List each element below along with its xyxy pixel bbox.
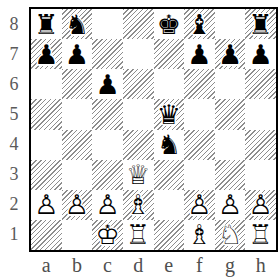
square-g7[interactable]: ♟: [215, 39, 246, 69]
piece-black-queen[interactable]: ♛: [154, 99, 185, 129]
square-e7[interactable]: [154, 39, 185, 69]
square-h2[interactable]: ♟♙: [245, 190, 276, 220]
square-h1[interactable]: ♜♖: [245, 220, 276, 250]
square-f2[interactable]: ♟♙: [184, 190, 215, 220]
square-g2[interactable]: ♟♙: [215, 190, 246, 220]
square-f1[interactable]: ♝♗: [184, 220, 215, 250]
square-c5[interactable]: [92, 99, 123, 129]
file-label-g: g: [215, 252, 246, 278]
square-b6[interactable]: [62, 69, 93, 99]
square-e4[interactable]: ♞: [154, 130, 185, 160]
file-label-h: h: [245, 252, 276, 278]
square-g4[interactable]: [215, 130, 246, 160]
rank-labels: 87654321: [0, 9, 28, 250]
square-f6[interactable]: [184, 69, 215, 99]
square-a8[interactable]: ♜: [31, 9, 62, 39]
square-c3[interactable]: [92, 160, 123, 190]
piece-black-pawn[interactable]: ♟: [184, 39, 215, 69]
square-d6[interactable]: [123, 69, 154, 99]
square-h6[interactable]: [245, 69, 276, 99]
square-h8[interactable]: ♜: [245, 9, 276, 39]
file-label-d: d: [123, 252, 154, 278]
piece-black-knight[interactable]: ♞: [154, 130, 185, 160]
file-label-c: c: [92, 252, 123, 278]
file-label-a: a: [31, 252, 62, 278]
square-g3[interactable]: [215, 160, 246, 190]
square-c2[interactable]: ♟♙: [92, 190, 123, 220]
square-d2[interactable]: ♝♗: [123, 190, 154, 220]
square-c1[interactable]: ♚♔: [92, 220, 123, 250]
rank-label-5: 5: [0, 99, 28, 129]
square-h3[interactable]: [245, 160, 276, 190]
file-label-f: f: [184, 252, 215, 278]
square-f8[interactable]: ♝: [184, 9, 215, 39]
square-a5[interactable]: [31, 99, 62, 129]
rank-label-8: 8: [0, 9, 28, 39]
piece-white-rook[interactable]: ♜♖: [123, 220, 154, 250]
piece-white-king[interactable]: ♚♔: [92, 220, 123, 250]
piece-white-pawn[interactable]: ♟♙: [62, 190, 93, 220]
square-a7[interactable]: ♟: [31, 39, 62, 69]
square-g1[interactable]: ♞♘: [215, 220, 246, 250]
square-h4[interactable]: [245, 130, 276, 160]
square-b1[interactable]: [62, 220, 93, 250]
square-d8[interactable]: [123, 9, 154, 39]
square-e5[interactable]: ♛: [154, 99, 185, 129]
rank-label-6: 6: [0, 69, 28, 99]
square-g5[interactable]: [215, 99, 246, 129]
square-e8[interactable]: ♚: [154, 9, 185, 39]
piece-black-knight[interactable]: ♞: [62, 9, 93, 39]
square-b7[interactable]: ♟: [62, 39, 93, 69]
square-f7[interactable]: ♟: [184, 39, 215, 69]
square-g8[interactable]: [215, 9, 246, 39]
square-h5[interactable]: [245, 99, 276, 129]
file-label-e: e: [154, 252, 185, 278]
square-e3[interactable]: [154, 160, 185, 190]
piece-white-rook[interactable]: ♜♖: [245, 220, 276, 250]
file-labels: abcdefgh: [31, 252, 276, 278]
piece-white-bishop[interactable]: ♝♗: [184, 220, 215, 250]
square-d1[interactable]: ♜♖: [123, 220, 154, 250]
rank-label-3: 3: [0, 160, 28, 190]
square-c7[interactable]: [92, 39, 123, 69]
square-a4[interactable]: [31, 130, 62, 160]
rank-label-7: 7: [0, 39, 28, 69]
square-d7[interactable]: [123, 39, 154, 69]
square-g6[interactable]: [215, 69, 246, 99]
square-b4[interactable]: [62, 130, 93, 160]
square-b3[interactable]: [62, 160, 93, 190]
square-d5[interactable]: [123, 99, 154, 129]
square-c6[interactable]: ♟: [92, 69, 123, 99]
piece-black-rook[interactable]: ♜: [245, 9, 276, 39]
square-b5[interactable]: [62, 99, 93, 129]
piece-white-pawn[interactable]: ♟♙: [31, 190, 62, 220]
piece-white-pawn[interactable]: ♟♙: [92, 190, 123, 220]
square-a1[interactable]: [31, 220, 62, 250]
square-d4[interactable]: [123, 130, 154, 160]
square-c4[interactable]: [92, 130, 123, 160]
piece-black-rook[interactable]: ♜: [31, 9, 62, 39]
piece-black-pawn[interactable]: ♟: [62, 39, 93, 69]
square-h7[interactable]: ♟: [245, 39, 276, 69]
square-a2[interactable]: ♟♙: [31, 190, 62, 220]
piece-black-king[interactable]: ♚: [154, 9, 185, 39]
square-f4[interactable]: [184, 130, 215, 160]
piece-black-pawn[interactable]: ♟: [92, 69, 123, 99]
chess-diagram: 87654321 ♜♞♚♝♜♟♟♟♟♟♟♛♞♛♕♟♙♟♙♟♙♝♗♟♙♟♙♟♙♚♔…: [0, 0, 278, 280]
square-c8[interactable]: [92, 9, 123, 39]
piece-white-queen[interactable]: ♛♕: [123, 160, 154, 190]
square-b8[interactable]: ♞: [62, 9, 93, 39]
square-e1[interactable]: [154, 220, 185, 250]
board-grid: ♜♞♚♝♜♟♟♟♟♟♟♛♞♛♕♟♙♟♙♟♙♝♗♟♙♟♙♟♙♚♔♜♖♝♗♞♘♜♖: [29, 7, 278, 252]
square-e2[interactable]: [154, 190, 185, 220]
file-label-b: b: [62, 252, 93, 278]
square-a6[interactable]: [31, 69, 62, 99]
square-a3[interactable]: [31, 160, 62, 190]
square-d3[interactable]: ♛♕: [123, 160, 154, 190]
piece-black-bishop[interactable]: ♝: [184, 9, 215, 39]
piece-white-knight[interactable]: ♞♘: [215, 220, 246, 250]
piece-white-bishop[interactable]: ♝♗: [123, 190, 154, 220]
piece-white-pawn[interactable]: ♟♙: [184, 190, 215, 220]
piece-white-pawn[interactable]: ♟♙: [245, 190, 276, 220]
square-f3[interactable]: [184, 160, 215, 190]
piece-black-pawn[interactable]: ♟: [215, 39, 246, 69]
square-e6[interactable]: [154, 69, 185, 99]
square-b2[interactable]: ♟♙: [62, 190, 93, 220]
rank-label-2: 2: [0, 190, 28, 220]
rank-label-4: 4: [0, 130, 28, 160]
piece-white-pawn[interactable]: ♟♙: [215, 190, 246, 220]
square-f5[interactable]: [184, 99, 215, 129]
piece-black-pawn[interactable]: ♟: [245, 39, 276, 69]
rank-label-1: 1: [0, 220, 28, 250]
piece-black-pawn[interactable]: ♟: [31, 39, 62, 69]
